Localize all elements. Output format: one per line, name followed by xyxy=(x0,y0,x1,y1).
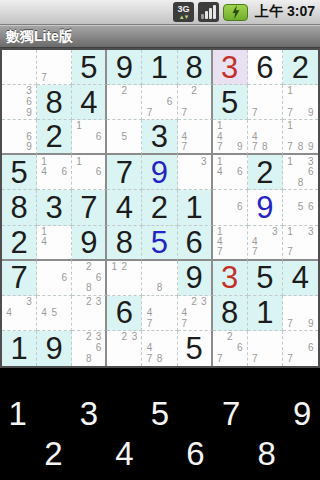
app-title: 數獨Lite版 xyxy=(6,28,73,44)
cell-r2c1[interactable]: 369 xyxy=(2,85,37,120)
cell-r9c6[interactable]: 5 xyxy=(178,331,213,366)
key-8[interactable]: 8 xyxy=(249,437,285,470)
pencil-marks: 6 xyxy=(213,190,247,224)
cell-r6c7[interactable]: 147 xyxy=(213,226,248,261)
cell-r6c6[interactable]: 6 xyxy=(178,226,213,261)
pencil-marks: 1789 xyxy=(283,120,318,153)
cell-value: 1 xyxy=(142,50,176,84)
pencil-marks: 6 xyxy=(37,261,71,295)
pencil-marks: 8 xyxy=(142,261,176,295)
cell-value: 2 xyxy=(248,155,282,189)
cell-r5c4[interactable]: 4 xyxy=(107,190,142,225)
cell-r4c2[interactable]: 146 xyxy=(37,155,72,190)
pencil-marks: 67 xyxy=(283,331,318,366)
cell-value: 4 xyxy=(283,261,318,295)
cell-value: 7 xyxy=(72,190,105,224)
pencil-marks: 147 xyxy=(213,226,247,259)
signal-strength-icon xyxy=(198,2,219,22)
cell-value: 3 xyxy=(213,50,247,84)
pencil-marks: 23 xyxy=(72,296,105,330)
cell-r4c8[interactable]: 2 xyxy=(248,155,283,190)
pencil-marks: 56 xyxy=(283,190,318,224)
cell-r5c8[interactable]: 9 xyxy=(248,190,283,225)
cell-r2c9[interactable]: 179 xyxy=(283,85,318,120)
pencil-marks: 267 xyxy=(213,331,247,366)
cell-r1c5[interactable]: 1 xyxy=(142,50,177,85)
key-9[interactable]: 9 xyxy=(284,397,320,430)
cell-r9c2[interactable]: 9 xyxy=(37,331,72,366)
cell-value: 5 xyxy=(248,261,282,295)
cell-r1c2[interactable]: 7 xyxy=(37,50,72,85)
cell-value: 9 xyxy=(107,50,141,84)
pencil-marks: 14 xyxy=(37,226,71,259)
cell-r1c9[interactable]: 2 xyxy=(283,50,318,85)
pencil-marks: 369 xyxy=(2,85,36,119)
cell-r8c7[interactable]: 8 xyxy=(213,296,248,331)
cell-r3c9[interactable]: 1789 xyxy=(283,120,318,155)
cell-r2c5[interactable]: 67 xyxy=(142,85,177,120)
pencil-marks: 478 xyxy=(142,331,176,366)
cell-value: 9 xyxy=(142,155,176,189)
title-bar: 數獨Lite版 xyxy=(0,25,320,48)
pencil-marks: 16 xyxy=(72,120,105,153)
cell-r4c7[interactable]: 146 xyxy=(213,155,248,190)
cell-r4c6[interactable]: 3 xyxy=(178,155,213,190)
cell-r4c1[interactable]: 5 xyxy=(2,155,37,190)
cell-r4c3[interactable]: 16 xyxy=(72,155,107,190)
cell-r1c3[interactable]: 5 xyxy=(72,50,107,85)
cell-r3c2[interactable]: 2 xyxy=(37,120,72,155)
key-4[interactable]: 4 xyxy=(107,437,143,470)
cell-r7c2[interactable]: 6 xyxy=(37,261,72,296)
key-3[interactable]: 3 xyxy=(71,397,107,430)
cell-r3c4[interactable]: 5 xyxy=(107,120,142,155)
pencil-marks: 23 xyxy=(107,331,141,366)
3g-network-icon: 3G ▲▼ xyxy=(173,2,194,22)
cell-r7c5[interactable]: 8 xyxy=(142,261,177,296)
key-6[interactable]: 6 xyxy=(178,437,214,470)
cell-r3c8[interactable]: 478 xyxy=(248,120,283,155)
cell-r6c4[interactable]: 8 xyxy=(107,226,142,261)
sudoku-board: 7591836236984267275717969216534714794781… xyxy=(0,48,320,368)
cell-r7c1[interactable]: 7 xyxy=(2,261,37,296)
cell-value: 6 xyxy=(248,50,282,84)
pencil-marks: 16 xyxy=(72,155,105,189)
status-bar: 3G ▲▼ 上午 3:07 xyxy=(0,0,320,25)
cell-r7c6[interactable]: 9 xyxy=(178,261,213,296)
cell-r8c4[interactable]: 6 xyxy=(107,296,142,331)
cell-r1c1[interactable] xyxy=(2,50,37,85)
cell-r4c5[interactable]: 9 xyxy=(142,155,177,190)
pencil-marks: 47 xyxy=(178,120,211,153)
pencil-marks: 5 xyxy=(107,120,141,153)
pencil-marks: 27 xyxy=(178,85,211,119)
cell-value: 3 xyxy=(142,120,176,153)
pencil-marks: 67 xyxy=(142,85,176,119)
pencil-marks: 47 xyxy=(142,296,176,330)
pencil-marks: 12 xyxy=(107,261,141,295)
cell-value: 6 xyxy=(178,226,211,259)
cell-value: 7 xyxy=(2,261,36,295)
cell-r8c9[interactable]: 79 xyxy=(283,296,318,331)
cell-value: 5 xyxy=(72,50,105,84)
cell-value: 3 xyxy=(213,261,247,295)
pencil-marks: 2 xyxy=(107,85,141,119)
cell-r1c7[interactable]: 3 xyxy=(213,50,248,85)
pencil-marks: 7 xyxy=(37,50,71,84)
pencil-marks: 7 xyxy=(248,85,282,119)
cell-value: 8 xyxy=(2,190,36,224)
cell-r9c4[interactable]: 23 xyxy=(107,331,142,366)
pencil-marks: 478 xyxy=(248,120,282,153)
cell-r9c7[interactable]: 267 xyxy=(213,331,248,366)
cell-r8c5[interactable]: 47 xyxy=(142,296,177,331)
cell-r6c2[interactable]: 14 xyxy=(37,226,72,261)
cell-r3c5[interactable]: 3 xyxy=(142,120,177,155)
battery-charging-icon xyxy=(223,4,248,21)
cell-r4c4[interactable]: 7 xyxy=(107,155,142,190)
cell-value: 4 xyxy=(72,85,105,119)
cell-r9c8[interactable]: 7 xyxy=(248,331,283,366)
cell-r5c3[interactable]: 7 xyxy=(72,190,107,225)
cell-value: 5 xyxy=(142,226,176,259)
cell-r6c1[interactable]: 2 xyxy=(2,226,37,261)
cell-r8c8[interactable]: 1 xyxy=(248,296,283,331)
cell-r7c7[interactable]: 3 xyxy=(213,261,248,296)
pencil-marks: 268 xyxy=(72,261,105,295)
key-5[interactable]: 5 xyxy=(142,397,178,430)
cell-r1c8[interactable]: 6 xyxy=(248,50,283,85)
cell-value: 8 xyxy=(213,296,247,330)
cell-r5c1[interactable]: 8 xyxy=(2,190,37,225)
key-7[interactable]: 7 xyxy=(213,397,249,430)
key-1[interactable]: 1 xyxy=(0,397,36,430)
pencil-marks: 146 xyxy=(213,155,247,189)
pencil-marks: 3 xyxy=(178,155,211,189)
cell-r2c2[interactable]: 8 xyxy=(37,85,72,120)
cell-r3c3[interactable]: 16 xyxy=(72,120,107,155)
3g-updown-arrows-icon: ▲▼ xyxy=(179,14,189,20)
cell-value: 3 xyxy=(37,190,71,224)
cell-value: 8 xyxy=(178,50,211,84)
cell-value: 8 xyxy=(107,226,141,259)
cell-value: 9 xyxy=(72,226,105,259)
cell-r5c5[interactable]: 2 xyxy=(142,190,177,225)
cell-value: 5 xyxy=(213,85,247,119)
cell-r6c5[interactable]: 5 xyxy=(142,226,177,261)
cell-r7c9[interactable]: 4 xyxy=(283,261,318,296)
cell-r8c3[interactable]: 23 xyxy=(72,296,107,331)
cell-value: 7 xyxy=(107,155,141,189)
cell-value: 8 xyxy=(37,85,71,119)
3g-label: 3G xyxy=(178,5,190,14)
cell-value: 2 xyxy=(283,50,318,84)
cell-r7c3[interactable]: 268 xyxy=(72,261,107,296)
cell-r9c5[interactable]: 478 xyxy=(142,331,177,366)
cell-r7c8[interactable]: 5 xyxy=(248,261,283,296)
cell-r2c8[interactable]: 7 xyxy=(248,85,283,120)
cell-value: 2 xyxy=(2,226,36,259)
cell-value: 2 xyxy=(37,120,71,153)
cell-value: 5 xyxy=(2,155,36,189)
cell-r2c7[interactable]: 5 xyxy=(213,85,248,120)
sudoku-app-screen: 3G ▲▼ 上午 3:07 數獨Lite版 759183623698426727… xyxy=(0,0,320,480)
cell-value: 9 xyxy=(178,261,211,295)
cell-r5c9[interactable]: 56 xyxy=(283,190,318,225)
cell-r3c6[interactable]: 47 xyxy=(178,120,213,155)
cell-r3c7[interactable]: 1479 xyxy=(213,120,248,155)
number-keypad: 123456789 xyxy=(0,368,320,480)
pencil-marks: 7 xyxy=(248,331,282,366)
cell-r3c1[interactable]: 69 xyxy=(2,120,37,155)
pencil-marks: 137 xyxy=(283,226,318,259)
cell-r9c3[interactable]: 2368 xyxy=(72,331,107,366)
cell-r8c1[interactable]: 34 xyxy=(2,296,37,331)
pencil-marks: 34 xyxy=(2,296,36,330)
pencil-marks: 69 xyxy=(2,120,36,153)
cell-r9c1[interactable]: 1 xyxy=(2,331,37,366)
pencil-marks: 146 xyxy=(37,155,71,189)
cell-r6c3[interactable]: 9 xyxy=(72,226,107,261)
pencil-marks: 45 xyxy=(37,296,71,330)
cell-r1c4[interactable]: 9 xyxy=(107,50,142,85)
cell-value: 1 xyxy=(2,331,36,366)
cell-r6c8[interactable]: 347 xyxy=(248,226,283,261)
cell-value: 9 xyxy=(37,331,71,366)
pencil-marks: 347 xyxy=(248,226,282,259)
pencil-marks: 1479 xyxy=(213,120,247,153)
cell-r5c2[interactable]: 3 xyxy=(37,190,72,225)
cell-r5c6[interactable]: 1 xyxy=(178,190,213,225)
cell-r8c2[interactable]: 45 xyxy=(37,296,72,331)
lightning-bolt-icon xyxy=(231,5,241,19)
pencil-marks: 79 xyxy=(283,296,318,330)
cell-value: 1 xyxy=(178,190,211,224)
pencil-marks: 2347 xyxy=(178,296,211,330)
key-2[interactable]: 2 xyxy=(36,437,72,470)
status-time: 上午 3:07 xyxy=(255,3,315,21)
cell-r8c6[interactable]: 2347 xyxy=(178,296,213,331)
cell-r2c3[interactable]: 4 xyxy=(72,85,107,120)
pencil-marks: 2368 xyxy=(72,331,105,366)
cell-r2c6[interactable]: 27 xyxy=(178,85,213,120)
cell-r6c9[interactable]: 137 xyxy=(283,226,318,261)
cell-value: 9 xyxy=(248,190,282,224)
cell-value: 2 xyxy=(142,190,176,224)
cell-r9c9[interactable]: 67 xyxy=(283,331,318,366)
cell-value: 6 xyxy=(107,296,141,330)
pencil-marks: 1368 xyxy=(283,155,318,189)
cell-r7c4[interactable]: 12 xyxy=(107,261,142,296)
cell-r5c7[interactable]: 6 xyxy=(213,190,248,225)
cell-value: 1 xyxy=(248,296,282,330)
cell-value: 5 xyxy=(178,331,211,366)
pencil-marks: 179 xyxy=(283,85,318,119)
cell-r2c4[interactable]: 2 xyxy=(107,85,142,120)
cell-r1c6[interactable]: 8 xyxy=(178,50,213,85)
cell-value: 4 xyxy=(107,190,141,224)
cell-r4c9[interactable]: 1368 xyxy=(283,155,318,190)
